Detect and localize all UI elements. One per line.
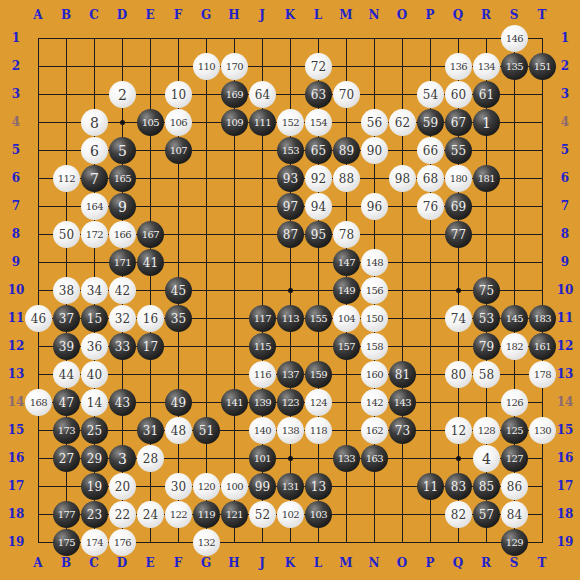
column-label-top-S: S <box>500 3 528 27</box>
white-stone-J18[interactable]: 52 <box>249 501 276 528</box>
black-stone-B15[interactable]: 173 <box>53 417 80 444</box>
column-label-bottom-R: R <box>472 551 500 575</box>
white-stone-F4[interactable]: 106 <box>165 109 192 136</box>
row-label-left-4: 4 <box>1 110 31 134</box>
black-stone-L11[interactable]: 155 <box>305 305 332 332</box>
black-stone-E15[interactable]: 31 <box>137 417 164 444</box>
black-stone-N16[interactable]: 163 <box>361 445 388 472</box>
white-stone-Q18[interactable]: 82 <box>445 501 472 528</box>
column-label-top-T: T <box>528 3 556 27</box>
column-label-top-L: L <box>304 3 332 27</box>
white-stone-S14[interactable]: 126 <box>501 389 528 416</box>
black-stone-O13[interactable]: 81 <box>389 361 416 388</box>
row-label-right-4: 4 <box>550 110 580 134</box>
column-label-top-B: B <box>52 3 80 27</box>
row-label-left-12: 12 <box>1 334 31 358</box>
white-stone-D18[interactable]: 22 <box>109 501 136 528</box>
white-stone-L4[interactable]: 154 <box>305 109 332 136</box>
black-stone-B19[interactable]: 175 <box>53 529 80 556</box>
white-stone-L14[interactable]: 124 <box>305 389 332 416</box>
black-stone-C18[interactable]: 23 <box>81 501 108 528</box>
white-stone-S17[interactable]: 86 <box>501 473 528 500</box>
column-label-top-C: C <box>80 3 108 27</box>
white-stone-C13[interactable]: 40 <box>81 361 108 388</box>
black-stone-L8[interactable]: 95 <box>305 221 332 248</box>
column-label-bottom-T: T <box>528 551 556 575</box>
black-stone-D5[interactable]: 5 <box>109 137 136 164</box>
white-stone-N4[interactable]: 56 <box>361 109 388 136</box>
black-stone-Q7[interactable]: 69 <box>445 193 472 220</box>
white-stone-B10[interactable]: 38 <box>53 277 80 304</box>
column-label-top-N: N <box>360 3 388 27</box>
white-stone-R16[interactable]: 4 <box>473 445 500 472</box>
white-stone-N5[interactable]: 90 <box>361 137 388 164</box>
white-stone-J13[interactable]: 116 <box>249 361 276 388</box>
white-stone-E11[interactable]: 16 <box>137 305 164 332</box>
white-stone-D11[interactable]: 32 <box>109 305 136 332</box>
black-stone-B11[interactable]: 37 <box>53 305 80 332</box>
column-label-bottom-J: J <box>248 551 276 575</box>
row-label-right-1: 1 <box>550 26 580 50</box>
column-label-top-G: G <box>192 3 220 27</box>
white-stone-N12[interactable]: 158 <box>361 333 388 360</box>
column-label-top-M: M <box>332 3 360 27</box>
white-stone-Q15[interactable]: 12 <box>445 417 472 444</box>
column-label-bottom-Q: Q <box>444 551 472 575</box>
hoshi-Q16 <box>456 456 461 461</box>
black-stone-R12[interactable]: 79 <box>473 333 500 360</box>
black-stone-O15[interactable]: 73 <box>389 417 416 444</box>
column-label-top-P: P <box>416 3 444 27</box>
black-stone-D14[interactable]: 43 <box>109 389 136 416</box>
black-stone-H14[interactable]: 141 <box>221 389 248 416</box>
white-stone-C19[interactable]: 174 <box>81 529 108 556</box>
column-label-bottom-M: M <box>332 551 360 575</box>
white-stone-Q3[interactable]: 60 <box>445 81 472 108</box>
black-stone-H3[interactable]: 169 <box>221 81 248 108</box>
white-stone-M3[interactable]: 70 <box>333 81 360 108</box>
black-stone-B18[interactable]: 177 <box>53 501 80 528</box>
column-label-bottom-P: P <box>416 551 444 575</box>
white-stone-B13[interactable]: 44 <box>53 361 80 388</box>
black-stone-H18[interactable]: 121 <box>221 501 248 528</box>
row-label-left-13: 13 <box>1 362 31 386</box>
column-label-bottom-H: H <box>220 551 248 575</box>
white-stone-H17[interactable]: 100 <box>221 473 248 500</box>
white-stone-M6[interactable]: 88 <box>333 165 360 192</box>
white-stone-R2[interactable]: 134 <box>473 53 500 80</box>
row-label-left-3: 3 <box>1 82 31 106</box>
white-stone-N15[interactable]: 162 <box>361 417 388 444</box>
row-label-right-19: 19 <box>550 530 580 554</box>
black-stone-M9[interactable]: 147 <box>333 249 360 276</box>
white-stone-Q2[interactable]: 136 <box>445 53 472 80</box>
white-stone-N11[interactable]: 150 <box>361 305 388 332</box>
white-stone-C5[interactable]: 6 <box>81 137 108 164</box>
white-stone-J15[interactable]: 140 <box>249 417 276 444</box>
row-label-left-1: 1 <box>1 26 31 50</box>
black-stone-K14[interactable]: 123 <box>277 389 304 416</box>
black-stone-S11[interactable]: 145 <box>501 305 528 332</box>
black-stone-K17[interactable]: 131 <box>277 473 304 500</box>
hoshi-D4 <box>120 120 125 125</box>
black-stone-C15[interactable]: 25 <box>81 417 108 444</box>
black-stone-L18[interactable]: 103 <box>305 501 332 528</box>
black-stone-Q8[interactable]: 77 <box>445 221 472 248</box>
column-label-bottom-N: N <box>360 551 388 575</box>
white-stone-A14[interactable]: 168 <box>25 389 52 416</box>
white-stone-L6[interactable]: 92 <box>305 165 332 192</box>
black-stone-S15[interactable]: 125 <box>501 417 528 444</box>
white-stone-A11[interactable]: 46 <box>25 305 52 332</box>
hoshi-K10 <box>288 288 293 293</box>
white-stone-M11[interactable]: 104 <box>333 305 360 332</box>
black-stone-T11[interactable]: 183 <box>529 305 556 332</box>
black-stone-K13[interactable]: 137 <box>277 361 304 388</box>
white-stone-S12[interactable]: 182 <box>501 333 528 360</box>
white-stone-N13[interactable]: 160 <box>361 361 388 388</box>
white-stone-O4[interactable]: 62 <box>389 109 416 136</box>
black-stone-K7[interactable]: 97 <box>277 193 304 220</box>
white-stone-H2[interactable]: 170 <box>221 53 248 80</box>
black-stone-T12[interactable]: 161 <box>529 333 556 360</box>
row-label-left-15: 15 <box>1 418 31 442</box>
black-stone-P4[interactable]: 59 <box>417 109 444 136</box>
black-stone-M10[interactable]: 149 <box>333 277 360 304</box>
black-stone-E8[interactable]: 167 <box>137 221 164 248</box>
white-stone-P6[interactable]: 68 <box>417 165 444 192</box>
black-stone-C11[interactable]: 15 <box>81 305 108 332</box>
row-label-left-8: 8 <box>1 222 31 246</box>
row-label-right-16: 16 <box>550 446 580 470</box>
black-stone-J16[interactable]: 101 <box>249 445 276 472</box>
black-stone-D12[interactable]: 33 <box>109 333 136 360</box>
black-stone-L5[interactable]: 65 <box>305 137 332 164</box>
go-board[interactable]: AABBCCDDEEFFGGHHJJKKLLMMNNOOPPQQRRSSTT11… <box>0 0 580 580</box>
white-stone-G2[interactable]: 110 <box>193 53 220 80</box>
white-stone-S1[interactable]: 146 <box>501 25 528 52</box>
column-label-bottom-K: K <box>276 551 304 575</box>
white-stone-N7[interactable]: 96 <box>361 193 388 220</box>
black-stone-R4[interactable]: 1 <box>473 109 500 136</box>
white-stone-C7[interactable]: 164 <box>81 193 108 220</box>
white-stone-P3[interactable]: 54 <box>417 81 444 108</box>
black-stone-J12[interactable]: 115 <box>249 333 276 360</box>
black-stone-B14[interactable]: 47 <box>53 389 80 416</box>
black-stone-T2[interactable]: 151 <box>529 53 556 80</box>
row-label-left-2: 2 <box>1 54 31 78</box>
white-stone-C14[interactable]: 14 <box>81 389 108 416</box>
column-label-bottom-F: F <box>164 551 192 575</box>
black-stone-F14[interactable]: 49 <box>165 389 192 416</box>
black-stone-F5[interactable]: 107 <box>165 137 192 164</box>
white-stone-P7[interactable]: 76 <box>417 193 444 220</box>
white-stone-L7[interactable]: 94 <box>305 193 332 220</box>
white-stone-D10[interactable]: 42 <box>109 277 136 304</box>
column-label-top-F: F <box>164 3 192 27</box>
white-stone-L15[interactable]: 118 <box>305 417 332 444</box>
white-stone-S18[interactable]: 84 <box>501 501 528 528</box>
row-label-left-5: 5 <box>1 138 31 162</box>
white-stone-N10[interactable]: 156 <box>361 277 388 304</box>
white-stone-P5[interactable]: 66 <box>417 137 444 164</box>
black-stone-R10[interactable]: 75 <box>473 277 500 304</box>
black-stone-R18[interactable]: 57 <box>473 501 500 528</box>
black-stone-E4[interactable]: 105 <box>137 109 164 136</box>
black-stone-C16[interactable]: 29 <box>81 445 108 472</box>
row-label-right-5: 5 <box>550 138 580 162</box>
column-label-bottom-L: L <box>304 551 332 575</box>
white-stone-M8[interactable]: 78 <box>333 221 360 248</box>
white-stone-T13[interactable]: 178 <box>529 361 556 388</box>
black-stone-D6[interactable]: 165 <box>109 165 136 192</box>
row-label-right-17: 17 <box>550 474 580 498</box>
row-label-left-18: 18 <box>1 502 31 526</box>
row-label-left-19: 19 <box>1 530 31 554</box>
black-stone-R11[interactable]: 53 <box>473 305 500 332</box>
white-stone-F3[interactable]: 10 <box>165 81 192 108</box>
white-stone-Q6[interactable]: 180 <box>445 165 472 192</box>
black-stone-M5[interactable]: 89 <box>333 137 360 164</box>
black-stone-K11[interactable]: 113 <box>277 305 304 332</box>
black-stone-C6[interactable]: 7 <box>81 165 108 192</box>
black-stone-J14[interactable]: 139 <box>249 389 276 416</box>
black-stone-S19[interactable]: 129 <box>501 529 528 556</box>
white-stone-G19[interactable]: 132 <box>193 529 220 556</box>
white-stone-R13[interactable]: 58 <box>473 361 500 388</box>
row-label-left-6: 6 <box>1 166 31 190</box>
black-stone-C17[interactable]: 19 <box>81 473 108 500</box>
white-stone-E16[interactable]: 28 <box>137 445 164 472</box>
black-stone-K8[interactable]: 87 <box>277 221 304 248</box>
black-stone-G18[interactable]: 119 <box>193 501 220 528</box>
column-label-top-H: H <box>220 3 248 27</box>
row-label-right-8: 8 <box>550 222 580 246</box>
row-label-left-9: 9 <box>1 250 31 274</box>
black-stone-Q17[interactable]: 83 <box>445 473 472 500</box>
black-stone-O14[interactable]: 143 <box>389 389 416 416</box>
black-stone-K5[interactable]: 153 <box>277 137 304 164</box>
white-stone-B6[interactable]: 112 <box>53 165 80 192</box>
column-label-top-E: E <box>136 3 164 27</box>
column-label-top-Q: Q <box>444 3 472 27</box>
white-stone-K4[interactable]: 152 <box>277 109 304 136</box>
white-stone-B8[interactable]: 50 <box>53 221 80 248</box>
black-stone-L3[interactable]: 63 <box>305 81 332 108</box>
row-label-left-16: 16 <box>1 446 31 470</box>
column-label-bottom-O: O <box>388 551 416 575</box>
white-stone-T15[interactable]: 130 <box>529 417 556 444</box>
white-stone-D17[interactable]: 20 <box>109 473 136 500</box>
black-stone-L13[interactable]: 159 <box>305 361 332 388</box>
row-label-left-10: 10 <box>1 278 31 302</box>
row-label-right-9: 9 <box>550 250 580 274</box>
white-stone-K18[interactable]: 102 <box>277 501 304 528</box>
white-stone-L2[interactable]: 72 <box>305 53 332 80</box>
column-label-top-J: J <box>248 3 276 27</box>
black-stone-H4[interactable]: 109 <box>221 109 248 136</box>
black-stone-S16[interactable]: 127 <box>501 445 528 472</box>
black-stone-M16[interactable]: 133 <box>333 445 360 472</box>
row-label-right-3: 3 <box>550 82 580 106</box>
row-label-right-10: 10 <box>550 278 580 302</box>
black-stone-J17[interactable]: 99 <box>249 473 276 500</box>
column-label-top-O: O <box>388 3 416 27</box>
black-stone-D7[interactable]: 9 <box>109 193 136 220</box>
row-label-right-7: 7 <box>550 194 580 218</box>
white-stone-R15[interactable]: 128 <box>473 417 500 444</box>
column-label-top-R: R <box>472 3 500 27</box>
white-stone-F18[interactable]: 122 <box>165 501 192 528</box>
black-stone-E12[interactable]: 17 <box>137 333 164 360</box>
white-stone-C12[interactable]: 36 <box>81 333 108 360</box>
black-stone-R6[interactable]: 181 <box>473 165 500 192</box>
white-stone-D19[interactable]: 176 <box>109 529 136 556</box>
black-stone-Q4[interactable]: 67 <box>445 109 472 136</box>
white-stone-N9[interactable]: 148 <box>361 249 388 276</box>
white-stone-O6[interactable]: 98 <box>389 165 416 192</box>
white-stone-G17[interactable]: 120 <box>193 473 220 500</box>
row-label-right-18: 18 <box>550 502 580 526</box>
black-stone-B16[interactable]: 27 <box>53 445 80 472</box>
white-stone-C8[interactable]: 172 <box>81 221 108 248</box>
row-label-left-17: 17 <box>1 474 31 498</box>
black-stone-K6[interactable]: 93 <box>277 165 304 192</box>
white-stone-F17[interactable]: 30 <box>165 473 192 500</box>
white-stone-Q13[interactable]: 80 <box>445 361 472 388</box>
row-label-right-6: 6 <box>550 166 580 190</box>
black-stone-P17[interactable]: 11 <box>417 473 444 500</box>
white-stone-E18[interactable]: 24 <box>137 501 164 528</box>
black-stone-L17[interactable]: 13 <box>305 473 332 500</box>
row-label-right-14: 14 <box>550 390 580 414</box>
black-stone-F10[interactable]: 45 <box>165 277 192 304</box>
white-stone-N14[interactable]: 142 <box>361 389 388 416</box>
white-stone-C4[interactable]: 8 <box>81 109 108 136</box>
black-stone-B12[interactable]: 39 <box>53 333 80 360</box>
black-stone-D9[interactable]: 171 <box>109 249 136 276</box>
black-stone-M12[interactable]: 157 <box>333 333 360 360</box>
white-stone-D3[interactable]: 2 <box>109 81 136 108</box>
white-stone-C10[interactable]: 34 <box>81 277 108 304</box>
column-label-top-D: D <box>108 3 136 27</box>
column-label-top-A: A <box>24 3 52 27</box>
black-stone-R3[interactable]: 61 <box>473 81 500 108</box>
black-stone-J4[interactable]: 111 <box>249 109 276 136</box>
hoshi-K16 <box>288 456 293 461</box>
white-stone-Q11[interactable]: 74 <box>445 305 472 332</box>
row-label-left-7: 7 <box>1 194 31 218</box>
black-stone-D16[interactable]: 3 <box>109 445 136 472</box>
black-stone-F11[interactable]: 35 <box>165 305 192 332</box>
column-label-top-K: K <box>276 3 304 27</box>
white-stone-J3[interactable]: 64 <box>249 81 276 108</box>
black-stone-S2[interactable]: 135 <box>501 53 528 80</box>
black-stone-R17[interactable]: 85 <box>473 473 500 500</box>
black-stone-E9[interactable]: 41 <box>137 249 164 276</box>
black-stone-J11[interactable]: 117 <box>249 305 276 332</box>
white-stone-F15[interactable]: 48 <box>165 417 192 444</box>
white-stone-K15[interactable]: 138 <box>277 417 304 444</box>
column-label-bottom-E: E <box>136 551 164 575</box>
hoshi-Q10 <box>456 288 461 293</box>
white-stone-D8[interactable]: 166 <box>109 221 136 248</box>
black-stone-G15[interactable]: 51 <box>193 417 220 444</box>
black-stone-Q5[interactable]: 55 <box>445 137 472 164</box>
column-label-bottom-A: A <box>24 551 52 575</box>
